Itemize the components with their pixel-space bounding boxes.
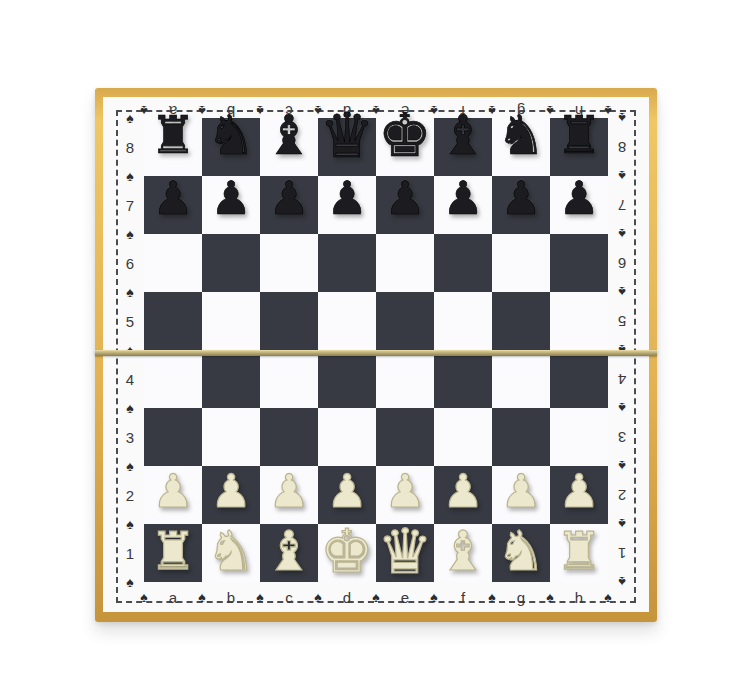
spade-icon: ♠ <box>140 590 147 604</box>
white-bishop[interactable]: ♝ <box>434 522 492 580</box>
spade-icon: ♠ <box>618 575 625 589</box>
file-label-bottom-f: f <box>461 590 465 605</box>
square-g8[interactable]: ♞ <box>492 118 550 176</box>
rank-label-right-6: 6 <box>618 256 626 271</box>
square-b3[interactable] <box>202 408 260 466</box>
white-knight[interactable]: ♞ <box>492 522 550 580</box>
file-label-bottom-a: a <box>169 590 177 605</box>
square-e5[interactable] <box>376 292 434 350</box>
spade-icon: ♠ <box>618 517 625 531</box>
rank-label-right-8: 8 <box>618 140 626 155</box>
spade-icon: ♠ <box>126 517 133 531</box>
square-c5[interactable] <box>260 292 318 350</box>
square-b8[interactable]: ♞ <box>202 118 260 176</box>
square-g7[interactable]: ♟ <box>492 176 550 234</box>
square-d4[interactable] <box>318 350 376 408</box>
black-pawn[interactable]: ♟ <box>260 169 318 227</box>
square-e3[interactable] <box>376 408 434 466</box>
black-queen[interactable]: ♛ <box>318 106 376 164</box>
spade-icon: ♠ <box>126 111 133 125</box>
white-rook[interactable]: ♜ <box>144 522 202 580</box>
square-h1[interactable]: ♜ <box>550 524 608 582</box>
product-photo: ♜♞♝♛♚♝♞♜♟♟♟♟♟♟♟♟♟♟♟♟♟♟♟♟♜♞♝♚♛♝♞♜ aa88bb7… <box>0 0 750 700</box>
square-b2[interactable]: ♟ <box>202 466 260 524</box>
rank-label-left-6: 6 <box>126 256 134 271</box>
file-label-bottom-h: h <box>575 590 583 605</box>
black-pawn[interactable]: ♟ <box>550 169 608 227</box>
square-f5[interactable] <box>434 292 492 350</box>
white-pawn[interactable]: ♟ <box>492 462 550 520</box>
spade-icon: ♠ <box>126 459 133 473</box>
spade-icon: ♠ <box>618 401 625 415</box>
square-e7[interactable]: ♟ <box>376 176 434 234</box>
square-f4[interactable] <box>434 350 492 408</box>
square-g6[interactable] <box>492 234 550 292</box>
rank-label-left-1: 1 <box>126 546 134 561</box>
square-a3[interactable] <box>144 408 202 466</box>
square-f8[interactable]: ♝ <box>434 118 492 176</box>
square-e8[interactable]: ♚ <box>376 118 434 176</box>
spade-icon: ♠ <box>126 169 133 183</box>
square-f6[interactable] <box>434 234 492 292</box>
rank-label-left-8: 8 <box>126 140 134 155</box>
spade-icon: ♠ <box>618 459 625 473</box>
spade-icon: ♠ <box>430 590 437 604</box>
file-label-bottom-b: b <box>227 590 235 605</box>
square-b6[interactable] <box>202 234 260 292</box>
rank-label-left-5: 5 <box>126 314 134 329</box>
white-bishop[interactable]: ♝ <box>260 522 318 580</box>
square-e1[interactable]: ♛ <box>376 524 434 582</box>
square-b7[interactable]: ♟ <box>202 176 260 234</box>
square-h5[interactable] <box>550 292 608 350</box>
black-king[interactable]: ♚ <box>376 106 434 164</box>
file-label-bottom-d: d <box>343 590 351 605</box>
rank-label-right-5: 5 <box>618 314 626 329</box>
square-f3[interactable] <box>434 408 492 466</box>
square-c8[interactable]: ♝ <box>260 118 318 176</box>
white-king[interactable]: ♚ <box>318 522 376 580</box>
spade-icon: ♠ <box>618 111 625 125</box>
square-c7[interactable]: ♟ <box>260 176 318 234</box>
square-c1[interactable]: ♝ <box>260 524 318 582</box>
spade-icon: ♠ <box>126 575 133 589</box>
rank-label-left-2: 2 <box>126 488 134 503</box>
square-g3[interactable] <box>492 408 550 466</box>
square-f2[interactable]: ♟ <box>434 466 492 524</box>
spade-icon: ♠ <box>126 285 133 299</box>
black-pawn[interactable]: ♟ <box>434 169 492 227</box>
spade-icon: ♠ <box>314 590 321 604</box>
black-knight[interactable]: ♞ <box>202 106 260 164</box>
square-b5[interactable] <box>202 292 260 350</box>
spade-icon: ♠ <box>256 590 263 604</box>
rank-label-left-7: 7 <box>126 198 134 213</box>
black-knight[interactable]: ♞ <box>492 106 550 164</box>
square-e4[interactable] <box>376 350 434 408</box>
rank-label-left-4: 4 <box>126 372 134 387</box>
square-b4[interactable] <box>202 350 260 408</box>
square-d7[interactable]: ♟ <box>318 176 376 234</box>
white-rook[interactable]: ♜ <box>550 522 608 580</box>
black-pawn[interactable]: ♟ <box>202 169 260 227</box>
white-pawn[interactable]: ♟ <box>550 462 608 520</box>
file-label-bottom-g: g <box>517 590 525 605</box>
file-label-bottom-c: c <box>285 590 293 605</box>
square-a7[interactable]: ♟ <box>144 176 202 234</box>
black-rook[interactable]: ♜ <box>550 106 608 164</box>
square-h6[interactable] <box>550 234 608 292</box>
square-f1[interactable]: ♝ <box>434 524 492 582</box>
white-pawn[interactable]: ♟ <box>202 462 260 520</box>
rank-label-right-4: 4 <box>618 372 626 387</box>
square-g5[interactable] <box>492 292 550 350</box>
spade-icon: ♠ <box>618 285 625 299</box>
rank-label-right-3: 3 <box>618 430 626 445</box>
square-a6[interactable] <box>144 234 202 292</box>
spade-icon: ♠ <box>618 169 625 183</box>
square-h4[interactable] <box>550 350 608 408</box>
white-pawn[interactable]: ♟ <box>144 462 202 520</box>
square-c3[interactable] <box>260 408 318 466</box>
square-c2[interactable]: ♟ <box>260 466 318 524</box>
square-d6[interactable] <box>318 234 376 292</box>
square-a5[interactable] <box>144 292 202 350</box>
rank-label-left-3: 3 <box>126 430 134 445</box>
square-a8[interactable]: ♜ <box>144 118 202 176</box>
square-g4[interactable] <box>492 350 550 408</box>
spade-icon: ♠ <box>198 590 205 604</box>
white-queen[interactable]: ♛ <box>376 522 434 580</box>
square-h8[interactable]: ♜ <box>550 118 608 176</box>
square-g2[interactable]: ♟ <box>492 466 550 524</box>
square-d3[interactable] <box>318 408 376 466</box>
rank-label-right-7: 7 <box>618 198 626 213</box>
fold-seam <box>95 350 657 356</box>
white-pawn[interactable]: ♟ <box>318 462 376 520</box>
white-pawn[interactable]: ♟ <box>434 462 492 520</box>
spade-icon: ♠ <box>488 590 495 604</box>
square-a2[interactable]: ♟ <box>144 466 202 524</box>
white-pawn[interactable]: ♟ <box>260 462 318 520</box>
square-d5[interactable] <box>318 292 376 350</box>
square-g1[interactable]: ♞ <box>492 524 550 582</box>
black-rook[interactable]: ♜ <box>144 106 202 164</box>
square-h2[interactable]: ♟ <box>550 466 608 524</box>
black-bishop[interactable]: ♝ <box>434 106 492 164</box>
black-pawn[interactable]: ♟ <box>492 169 550 227</box>
square-a4[interactable] <box>144 350 202 408</box>
square-h3[interactable] <box>550 408 608 466</box>
square-d1[interactable]: ♚ <box>318 524 376 582</box>
square-b1[interactable]: ♞ <box>202 524 260 582</box>
white-knight[interactable]: ♞ <box>202 522 260 580</box>
black-pawn[interactable]: ♟ <box>376 169 434 227</box>
rank-label-right-2: 2 <box>618 488 626 503</box>
black-pawn[interactable]: ♟ <box>318 169 376 227</box>
square-e6[interactable] <box>376 234 434 292</box>
spade-icon: ♠ <box>618 227 625 241</box>
square-a1[interactable]: ♜ <box>144 524 202 582</box>
square-f7[interactable]: ♟ <box>434 176 492 234</box>
spade-icon: ♠ <box>372 590 379 604</box>
rank-label-right-1: 1 <box>618 546 626 561</box>
chess-board: ♜♞♝♛♚♝♞♜♟♟♟♟♟♟♟♟♟♟♟♟♟♟♟♟♜♞♝♚♛♝♞♜ aa88bb7… <box>95 88 657 622</box>
spade-icon: ♠ <box>546 590 553 604</box>
spade-icon: ♠ <box>604 590 611 604</box>
spade-icon: ♠ <box>126 227 133 241</box>
file-label-bottom-e: e <box>401 590 409 605</box>
black-pawn[interactable]: ♟ <box>144 169 202 227</box>
square-c6[interactable] <box>260 234 318 292</box>
black-bishop[interactable]: ♝ <box>260 106 318 164</box>
white-pawn[interactable]: ♟ <box>376 462 434 520</box>
square-h7[interactable]: ♟ <box>550 176 608 234</box>
square-d8[interactable]: ♛ <box>318 118 376 176</box>
spade-icon: ♠ <box>126 401 133 415</box>
square-c4[interactable] <box>260 350 318 408</box>
